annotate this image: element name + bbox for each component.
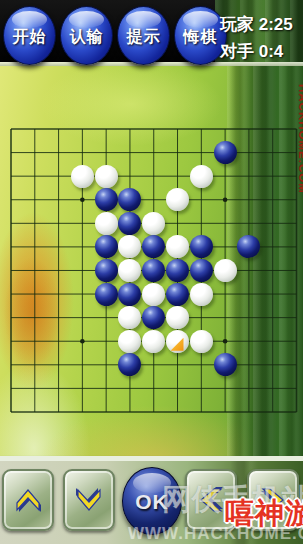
button-gloss [183, 11, 218, 28]
star-point [80, 339, 85, 344]
chevron-left-icon [196, 484, 226, 516]
chevron-right-icon [258, 484, 288, 516]
ok-button-label: OK [123, 490, 181, 514]
gomoku-app-screen: 开始 认输 提示 悔棋 玩家 2:25 对手 0:4 [0, 0, 303, 544]
nav-up-button[interactable] [2, 469, 54, 531]
nav-right-button[interactable] [247, 469, 299, 531]
start-button-label: 开始 [4, 27, 55, 48]
stone-white[interactable] [190, 165, 213, 188]
star-point [80, 197, 85, 202]
button-gloss [69, 11, 104, 28]
star-point [223, 339, 228, 344]
button-gloss [12, 11, 47, 28]
chevron-up-icon [12, 485, 44, 515]
stone-white[interactable] [166, 306, 189, 329]
ok-button[interactable]: OK [122, 467, 182, 535]
stone-black[interactable] [190, 259, 213, 282]
player-clock: 玩家 2:25 [220, 11, 293, 38]
clock-panel: 玩家 2:25 对手 0:4 [220, 11, 293, 65]
stone-black[interactable] [95, 283, 118, 306]
resign-button-label: 认输 [61, 27, 112, 48]
resign-button[interactable]: 认输 [60, 6, 113, 65]
stone-black[interactable] [95, 235, 118, 258]
hint-button-label: 提示 [118, 27, 169, 48]
stone-white[interactable] [71, 165, 94, 188]
stone-white[interactable] [95, 212, 118, 235]
star-point [223, 197, 228, 202]
stone-black[interactable] [95, 188, 118, 211]
nav-down-button[interactable] [63, 469, 115, 531]
stone-black[interactable] [118, 283, 141, 306]
stone-black[interactable] [214, 141, 237, 164]
stone-black[interactable] [166, 283, 189, 306]
stone-white[interactable] [214, 259, 237, 282]
stone-black[interactable] [214, 353, 237, 376]
undo-button-label: 悔棋 [175, 27, 226, 48]
stone-white[interactable] [95, 165, 118, 188]
opponent-clock: 对手 0:4 [220, 38, 293, 65]
stone-white[interactable] [190, 330, 213, 353]
stone-white[interactable] [142, 212, 165, 235]
chevron-down-icon [73, 485, 105, 515]
hint-button[interactable]: 提示 [117, 6, 170, 65]
nav-left-button[interactable] [185, 469, 237, 531]
stone-white[interactable] [142, 283, 165, 306]
stone-black[interactable] [95, 259, 118, 282]
stone-white[interactable] [142, 330, 165, 353]
button-gloss [126, 11, 161, 28]
stone-white[interactable] [190, 283, 213, 306]
start-button[interactable]: 开始 [3, 6, 56, 65]
stone-black[interactable] [166, 259, 189, 282]
